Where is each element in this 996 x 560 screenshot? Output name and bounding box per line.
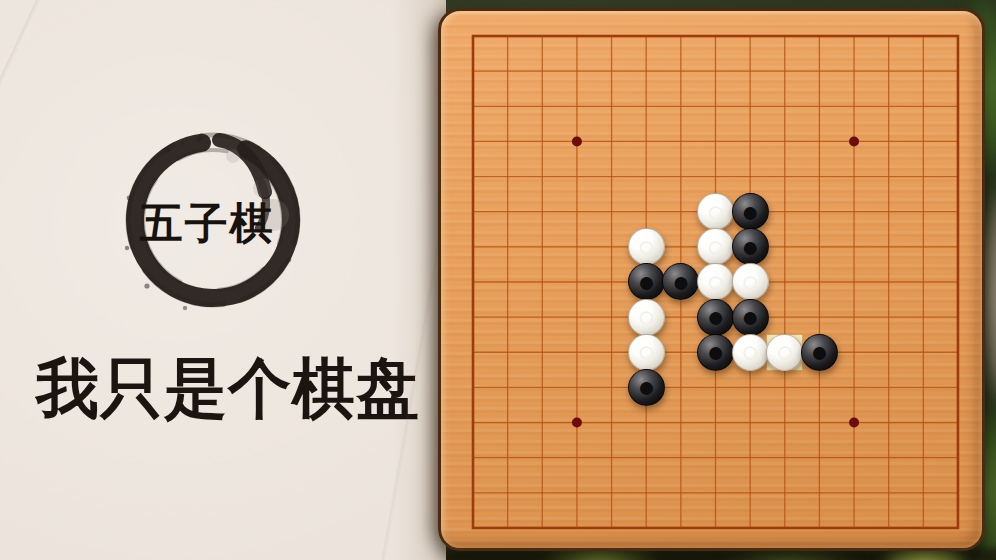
stone-black: ● [697, 299, 734, 336]
stone-black: ● [801, 334, 838, 371]
stone-white: ○ [732, 263, 769, 300]
stone-white: ○ [697, 193, 734, 230]
stone-white: ○ [628, 228, 665, 265]
stone-black: ● [732, 228, 769, 265]
stone-black: ● [628, 263, 665, 300]
stone-black: ● [697, 334, 734, 371]
stone-black: ● [732, 299, 769, 336]
logo-title: 五子棋 [140, 200, 275, 247]
side-panel: 五子棋 我只是个棋盘 [0, 0, 446, 560]
app-logo: 五子棋 [113, 120, 313, 320]
star-point [849, 136, 859, 146]
star-point [849, 418, 859, 428]
stone-white: ○ [628, 299, 665, 336]
stone-white: ○ [732, 334, 769, 371]
stone-white: ○ [628, 334, 665, 371]
stone-black: ● [732, 193, 769, 230]
tagline: 我只是个棋盘 [0, 344, 446, 433]
screen: 五子棋 我只是个棋盘 ○●○○●●●○○○●●○●○○●● [0, 0, 996, 560]
star-point [572, 418, 582, 428]
game-board[interactable]: ○●○○●●●○○○●●○●○○●● [438, 8, 985, 551]
stone-black: ● [628, 369, 665, 406]
enso-ink-circle-icon: 五子棋 [113, 120, 313, 320]
star-point [572, 136, 582, 146]
stone-white: ○ [766, 334, 803, 371]
